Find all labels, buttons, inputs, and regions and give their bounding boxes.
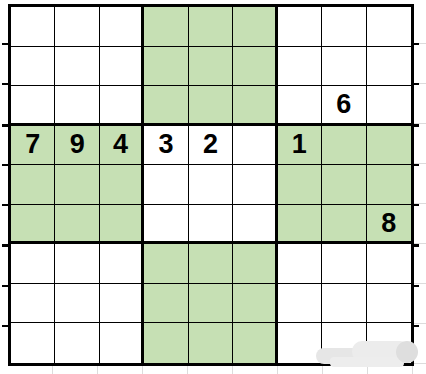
cell-r7c4[interactable] — [144, 244, 188, 284]
cell-r9c4[interactable] — [144, 323, 188, 363]
cell-r5c5[interactable] — [189, 165, 233, 205]
cell-r9c6[interactable] — [233, 323, 277, 363]
cell-r5c7[interactable] — [278, 165, 322, 205]
sudoku-board: 67943218 — [8, 4, 414, 366]
watermark-smudge-part — [330, 357, 404, 367]
cell-r3c3[interactable] — [100, 86, 144, 126]
cell-r9c1[interactable] — [11, 323, 55, 363]
cell-r2c7[interactable] — [278, 47, 322, 87]
cell-r3c9[interactable] — [367, 86, 411, 126]
cell-r8c2[interactable] — [55, 284, 99, 324]
cell-r5c3[interactable] — [100, 165, 144, 205]
cell-r6c1[interactable] — [11, 205, 55, 245]
cell-r1c1[interactable] — [11, 7, 55, 47]
cell-r6c8[interactable] — [322, 205, 366, 245]
cell-r1c7[interactable] — [278, 7, 322, 47]
cell-r3c1[interactable] — [11, 86, 55, 126]
cell-r2c4[interactable] — [144, 47, 188, 87]
cell-r7c1[interactable] — [11, 244, 55, 284]
cell-r9c2[interactable] — [55, 323, 99, 363]
cell-r6c5[interactable] — [189, 205, 233, 245]
cell-r7c7[interactable] — [278, 244, 322, 284]
cell-r6c6[interactable] — [233, 205, 277, 245]
cell-r4c4[interactable]: 3 — [144, 126, 188, 166]
cell-r2c1[interactable] — [11, 47, 55, 87]
cell-r2c8[interactable] — [322, 47, 366, 87]
cell-r3c2[interactable] — [55, 86, 99, 126]
cell-r6c4[interactable] — [144, 205, 188, 245]
cell-r7c9[interactable] — [367, 244, 411, 284]
cell-r7c5[interactable] — [189, 244, 233, 284]
cell-r4c2[interactable]: 9 — [55, 126, 99, 166]
cell-r2c9[interactable] — [367, 47, 411, 87]
cell-r4c3[interactable]: 4 — [100, 126, 144, 166]
cell-r6c9[interactable]: 8 — [367, 205, 411, 245]
cell-r8c3[interactable] — [100, 284, 144, 324]
cell-r5c2[interactable] — [55, 165, 99, 205]
cell-r4c9[interactable] — [367, 126, 411, 166]
cell-r7c6[interactable] — [233, 244, 277, 284]
cell-r8c1[interactable] — [11, 284, 55, 324]
cell-r1c2[interactable] — [55, 7, 99, 47]
cell-r6c2[interactable] — [55, 205, 99, 245]
cell-r9c5[interactable] — [189, 323, 233, 363]
cell-r5c1[interactable] — [11, 165, 55, 205]
cell-r1c8[interactable] — [322, 7, 366, 47]
cell-r5c6[interactable] — [233, 165, 277, 205]
cell-r8c7[interactable] — [278, 284, 322, 324]
cell-r4c5[interactable]: 2 — [189, 126, 233, 166]
cell-r5c9[interactable] — [367, 165, 411, 205]
cell-r3c4[interactable] — [144, 86, 188, 126]
cell-r1c4[interactable] — [144, 7, 188, 47]
cell-r8c6[interactable] — [233, 284, 277, 324]
cell-r4c1[interactable]: 7 — [11, 126, 55, 166]
cell-r2c6[interactable] — [233, 47, 277, 87]
cell-r9c3[interactable] — [100, 323, 144, 363]
cell-r7c2[interactable] — [55, 244, 99, 284]
cell-r8c5[interactable] — [189, 284, 233, 324]
cell-r2c3[interactable] — [100, 47, 144, 87]
cell-r1c6[interactable] — [233, 7, 277, 47]
cell-r2c2[interactable] — [55, 47, 99, 87]
cell-r7c3[interactable] — [100, 244, 144, 284]
cell-r3c6[interactable] — [233, 86, 277, 126]
cell-r3c5[interactable] — [189, 86, 233, 126]
cell-r6c3[interactable] — [100, 205, 144, 245]
watermark-smudge-part — [396, 341, 418, 363]
cell-r4c7[interactable]: 1 — [278, 126, 322, 166]
cell-r4c8[interactable] — [322, 126, 366, 166]
cell-r2c5[interactable] — [189, 47, 233, 87]
cell-r3c8[interactable]: 6 — [322, 86, 366, 126]
cell-r6c7[interactable] — [278, 205, 322, 245]
cell-r5c8[interactable] — [322, 165, 366, 205]
cell-r3c7[interactable] — [278, 86, 322, 126]
cell-r7c8[interactable] — [322, 244, 366, 284]
cell-r8c9[interactable] — [367, 284, 411, 324]
cell-r1c5[interactable] — [189, 7, 233, 47]
cell-r1c9[interactable] — [367, 7, 411, 47]
cell-r4c6[interactable] — [233, 126, 277, 166]
cell-r1c3[interactable] — [100, 7, 144, 47]
cell-r8c4[interactable] — [144, 284, 188, 324]
cell-r8c8[interactable] — [322, 284, 366, 324]
cell-r5c4[interactable] — [144, 165, 188, 205]
